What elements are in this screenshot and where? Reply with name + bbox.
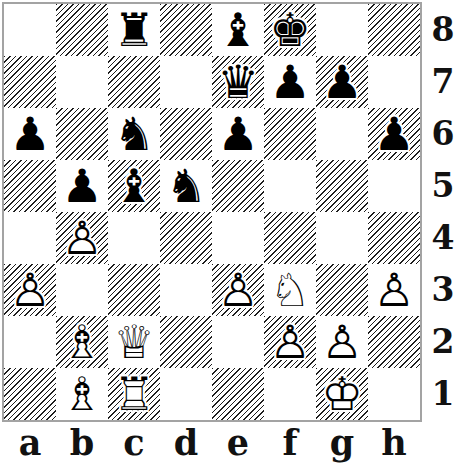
file-label-f: f xyxy=(264,421,316,463)
square-a2 xyxy=(4,316,56,368)
piece-glyph: ♕ xyxy=(108,316,160,368)
piece-glyph: ♝ xyxy=(212,4,264,56)
rank-label-5: 5 xyxy=(422,160,464,212)
piece-bP-f7: ♟♟ xyxy=(264,56,316,108)
square-c3 xyxy=(108,264,160,316)
piece-glyph: ♟ xyxy=(4,108,56,160)
square-f7: ♟♟ xyxy=(264,56,316,108)
piece-bR-c8: ♜♜ xyxy=(108,4,160,56)
square-g4 xyxy=(316,212,368,264)
square-a3: ♟♙ xyxy=(4,264,56,316)
piece-glyph: ♙ xyxy=(4,264,56,316)
chess-diagram: ♜♜♝♝♚♚♛♛♟♟♟♟♟♟♞♞♟♟♟♟♟♟♝♝♞♞♟♙♟♙♟♙♞♘♟♙♝♗♛♕… xyxy=(0,0,465,464)
piece-glyph: ♞ xyxy=(108,108,160,160)
square-h8 xyxy=(368,4,420,56)
file-label-d: d xyxy=(160,421,212,463)
square-d4 xyxy=(160,212,212,264)
square-c1: ♜♖ xyxy=(108,368,160,420)
piece-glyph: ♟ xyxy=(368,108,420,160)
piece-glyph: ♞ xyxy=(160,160,212,212)
piece-bP-e6: ♟♟ xyxy=(212,108,264,160)
square-b6 xyxy=(56,108,108,160)
square-a8 xyxy=(4,4,56,56)
piece-glyph: ♛ xyxy=(212,56,264,108)
square-b5: ♟♟ xyxy=(56,160,108,212)
file-label-e: e xyxy=(212,421,264,463)
square-d7 xyxy=(160,56,212,108)
piece-wP-g2: ♟♙ xyxy=(316,316,368,368)
piece-bP-g7: ♟♟ xyxy=(316,56,368,108)
file-label-h: h xyxy=(368,421,420,463)
square-f4 xyxy=(264,212,316,264)
square-a5 xyxy=(4,160,56,212)
piece-glyph: ♚ xyxy=(264,4,316,56)
square-h1 xyxy=(368,368,420,420)
piece-glyph: ♙ xyxy=(264,316,316,368)
piece-bQ-e7: ♛♛ xyxy=(212,56,264,108)
piece-bN-c6: ♞♞ xyxy=(108,108,160,160)
square-g5 xyxy=(316,160,368,212)
rank-label-2: 2 xyxy=(422,316,464,368)
square-b4: ♟♙ xyxy=(56,212,108,264)
square-d2 xyxy=(160,316,212,368)
square-c6: ♞♞ xyxy=(108,108,160,160)
square-h3: ♟♙ xyxy=(368,264,420,316)
piece-glyph: ♝ xyxy=(108,160,160,212)
piece-bB-e8: ♝♝ xyxy=(212,4,264,56)
square-h6: ♟♟ xyxy=(368,108,420,160)
square-b3 xyxy=(56,264,108,316)
piece-wP-a3: ♟♙ xyxy=(4,264,56,316)
piece-glyph: ♘ xyxy=(264,264,316,316)
square-a4 xyxy=(4,212,56,264)
square-d1 xyxy=(160,368,212,420)
square-f6 xyxy=(264,108,316,160)
square-g3 xyxy=(316,264,368,316)
square-e5 xyxy=(212,160,264,212)
square-c5: ♝♝ xyxy=(108,160,160,212)
file-label-a: a xyxy=(4,421,56,463)
square-a7 xyxy=(4,56,56,108)
file-label-b: b xyxy=(56,421,108,463)
square-f3: ♞♘ xyxy=(264,264,316,316)
rank-label-8: 8 xyxy=(422,4,464,56)
square-d8 xyxy=(160,4,212,56)
square-g8 xyxy=(316,4,368,56)
square-f2: ♟♙ xyxy=(264,316,316,368)
square-b8 xyxy=(56,4,108,56)
square-h5 xyxy=(368,160,420,212)
piece-bP-h6: ♟♟ xyxy=(368,108,420,160)
rank-label-3: 3 xyxy=(422,264,464,316)
square-d6 xyxy=(160,108,212,160)
piece-glyph: ♜ xyxy=(108,4,160,56)
square-d5: ♞♞ xyxy=(160,160,212,212)
square-g1: ♚♔ xyxy=(316,368,368,420)
piece-bP-a6: ♟♟ xyxy=(4,108,56,160)
square-d3 xyxy=(160,264,212,316)
square-e7: ♛♛ xyxy=(212,56,264,108)
square-e8: ♝♝ xyxy=(212,4,264,56)
piece-wK-g1: ♚♔ xyxy=(316,368,368,420)
piece-bB-c5: ♝♝ xyxy=(108,160,160,212)
file-label-c: c xyxy=(108,421,160,463)
square-a6: ♟♟ xyxy=(4,108,56,160)
piece-wP-b4: ♟♙ xyxy=(56,212,108,264)
piece-glyph: ♟ xyxy=(56,160,108,212)
rank-label-6: 6 xyxy=(422,108,464,160)
square-g2: ♟♙ xyxy=(316,316,368,368)
piece-wB-b2: ♝♗ xyxy=(56,316,108,368)
piece-glyph: ♟ xyxy=(316,56,368,108)
square-c7 xyxy=(108,56,160,108)
piece-glyph: ♙ xyxy=(212,264,264,316)
piece-glyph: ♗ xyxy=(56,316,108,368)
square-h4 xyxy=(368,212,420,264)
piece-wP-f2: ♟♙ xyxy=(264,316,316,368)
piece-wN-f3: ♞♘ xyxy=(264,264,316,316)
rank-label-7: 7 xyxy=(422,56,464,108)
chessboard: ♜♜♝♝♚♚♛♛♟♟♟♟♟♟♞♞♟♟♟♟♟♟♝♝♞♞♟♙♟♙♟♙♞♘♟♙♝♗♛♕… xyxy=(2,2,422,422)
square-e2 xyxy=(212,316,264,368)
square-f8: ♚♚ xyxy=(264,4,316,56)
piece-glyph: ♙ xyxy=(368,264,420,316)
piece-bN-d5: ♞♞ xyxy=(160,160,212,212)
rank-label-1: 1 xyxy=(422,368,464,420)
square-e4 xyxy=(212,212,264,264)
piece-wR-c1: ♜♖ xyxy=(108,368,160,420)
square-h7 xyxy=(368,56,420,108)
piece-glyph: ♔ xyxy=(316,368,368,420)
square-g7: ♟♟ xyxy=(316,56,368,108)
piece-glyph: ♙ xyxy=(56,212,108,264)
square-g6 xyxy=(316,108,368,160)
piece-glyph: ♟ xyxy=(264,56,316,108)
square-e3: ♟♙ xyxy=(212,264,264,316)
rank-label-4: 4 xyxy=(422,212,464,264)
piece-glyph: ♙ xyxy=(316,316,368,368)
piece-wB-b1: ♝♗ xyxy=(56,368,108,420)
piece-wP-h3: ♟♙ xyxy=(368,264,420,316)
file-label-g: g xyxy=(316,421,368,463)
square-b7 xyxy=(56,56,108,108)
rank-labels: 87654321 xyxy=(422,4,464,420)
square-e1 xyxy=(212,368,264,420)
square-b1: ♝♗ xyxy=(56,368,108,420)
square-c4 xyxy=(108,212,160,264)
square-f5 xyxy=(264,160,316,212)
square-b2: ♝♗ xyxy=(56,316,108,368)
piece-bP-b5: ♟♟ xyxy=(56,160,108,212)
piece-glyph: ♗ xyxy=(56,368,108,420)
piece-wQ-c2: ♛♕ xyxy=(108,316,160,368)
file-labels: abcdefgh xyxy=(4,421,420,463)
piece-glyph: ♟ xyxy=(212,108,264,160)
square-a1 xyxy=(4,368,56,420)
square-e6: ♟♟ xyxy=(212,108,264,160)
square-c2: ♛♕ xyxy=(108,316,160,368)
piece-bK-f8: ♚♚ xyxy=(264,4,316,56)
piece-wP-e3: ♟♙ xyxy=(212,264,264,316)
square-h2 xyxy=(368,316,420,368)
square-f1 xyxy=(264,368,316,420)
square-c8: ♜♜ xyxy=(108,4,160,56)
piece-glyph: ♖ xyxy=(108,368,160,420)
